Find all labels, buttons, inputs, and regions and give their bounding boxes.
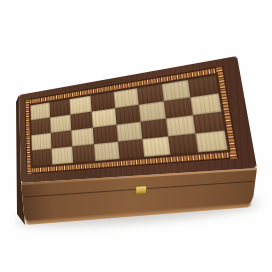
product-photo xyxy=(0,0,272,272)
board-square xyxy=(52,146,74,164)
board-square xyxy=(72,144,95,163)
board-square xyxy=(168,134,198,155)
chessboard-area xyxy=(29,73,231,169)
board-square xyxy=(70,96,92,115)
case-lid-top xyxy=(19,56,257,183)
brass-clasp-icon xyxy=(135,185,147,195)
board-square xyxy=(92,108,116,127)
board-square xyxy=(31,117,51,135)
board-square xyxy=(142,136,170,156)
board-square xyxy=(195,131,227,153)
board-square xyxy=(118,139,144,159)
board-square xyxy=(51,130,73,148)
board-square xyxy=(94,142,119,161)
inlay-border-frame xyxy=(25,66,239,174)
chessboard-grid xyxy=(30,75,227,166)
board-square xyxy=(164,97,193,118)
board-square xyxy=(193,112,225,134)
board-square xyxy=(32,149,52,167)
board-square xyxy=(116,122,142,142)
board-square xyxy=(138,101,165,122)
